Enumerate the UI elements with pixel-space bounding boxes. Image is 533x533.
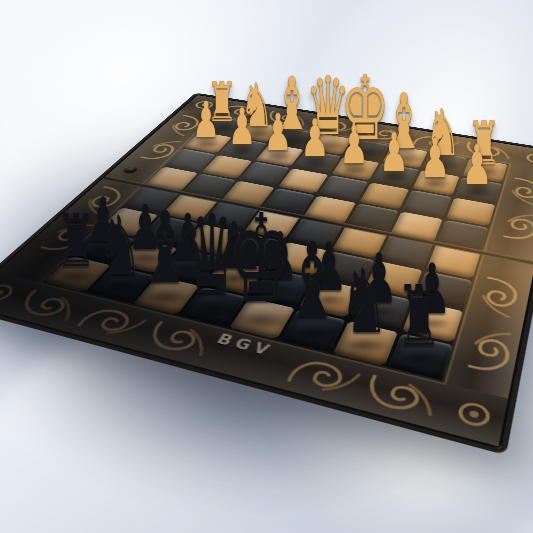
photo-scene: BGV ♜♞♝♛♚♝♞♜♟♟♟♟♟♟♟♟♟♟♟♟♟♟♟♟♜♞♝♛♚♝♞♜ — [0, 0, 533, 533]
